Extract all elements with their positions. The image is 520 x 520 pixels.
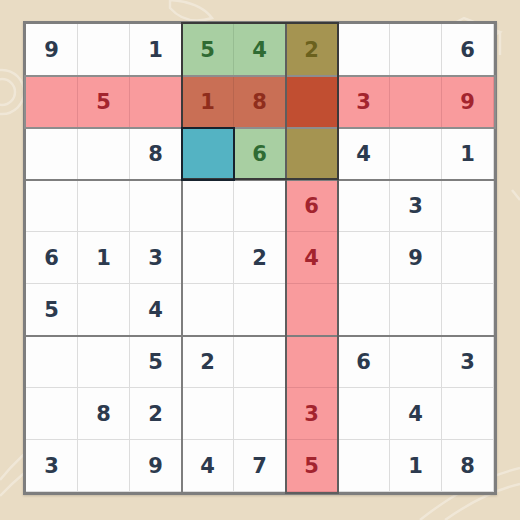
cell-r2c7[interactable]: 3 (338, 76, 390, 128)
cell-r6c4[interactable] (182, 284, 234, 336)
cell-r7c2[interactable] (78, 336, 130, 388)
cell-r4c6[interactable]: 6 (286, 180, 338, 232)
cell-r2c6[interactable] (286, 76, 338, 128)
cell-r6c3[interactable]: 4 (130, 284, 182, 336)
cell-r5c9[interactable] (442, 232, 494, 284)
cell-r4c2[interactable] (78, 180, 130, 232)
cell-r3c5[interactable]: 6 (234, 128, 286, 180)
cell-r2c2[interactable]: 5 (78, 76, 130, 128)
cell-r9c3[interactable]: 9 (130, 440, 182, 492)
cell-r8c3[interactable]: 2 (130, 388, 182, 440)
cell-r8c9[interactable] (442, 388, 494, 440)
cell-r9c7[interactable] (338, 440, 390, 492)
cell-r2c8[interactable] (390, 76, 442, 128)
cell-r8c8[interactable]: 4 (390, 388, 442, 440)
cell-r3c9[interactable]: 1 (442, 128, 494, 180)
cell-r8c4[interactable] (182, 388, 234, 440)
cell-r3c7[interactable]: 4 (338, 128, 390, 180)
sudoku-board: 9154265183986416361324954526382343947518 (23, 21, 497, 495)
cell-r9c8[interactable]: 1 (390, 440, 442, 492)
cell-r8c5[interactable] (234, 388, 286, 440)
cell-r9c9[interactable]: 8 (442, 440, 494, 492)
cell-r1c9[interactable]: 6 (442, 24, 494, 76)
cell-r9c4[interactable]: 4 (182, 440, 234, 492)
cell-r1c4[interactable]: 5 (182, 24, 234, 76)
cell-r5c3[interactable]: 3 (130, 232, 182, 284)
cell-r3c4[interactable] (182, 128, 234, 180)
cell-r6c1[interactable]: 5 (26, 284, 78, 336)
cell-r1c8[interactable] (390, 24, 442, 76)
cell-r8c7[interactable] (338, 388, 390, 440)
cell-r5c2[interactable]: 1 (78, 232, 130, 284)
cell-r4c5[interactable] (234, 180, 286, 232)
cell-r1c7[interactable] (338, 24, 390, 76)
cell-r8c2[interactable]: 8 (78, 388, 130, 440)
cell-r6c8[interactable] (390, 284, 442, 336)
cell-r6c7[interactable] (338, 284, 390, 336)
cell-r5c4[interactable] (182, 232, 234, 284)
cell-r5c8[interactable]: 9 (390, 232, 442, 284)
cell-r5c5[interactable]: 2 (234, 232, 286, 284)
circle-doodle (0, 70, 24, 114)
cell-r8c6[interactable]: 3 (286, 388, 338, 440)
cell-r1c2[interactable] (78, 24, 130, 76)
cell-r4c8[interactable]: 3 (390, 180, 442, 232)
cell-r4c9[interactable] (442, 180, 494, 232)
cell-r9c1[interactable]: 3 (26, 440, 78, 492)
cell-r2c9[interactable]: 9 (442, 76, 494, 128)
cell-r6c5[interactable] (234, 284, 286, 336)
cell-r7c9[interactable]: 3 (442, 336, 494, 388)
cell-r7c3[interactable]: 5 (130, 336, 182, 388)
cell-r4c1[interactable] (26, 180, 78, 232)
cell-r2c4[interactable]: 1 (182, 76, 234, 128)
sudoku-cells: 9154265183986416361324954526382343947518 (26, 24, 494, 492)
cell-r4c7[interactable] (338, 180, 390, 232)
cell-r4c3[interactable] (130, 180, 182, 232)
cell-r3c3[interactable]: 8 (130, 128, 182, 180)
cell-r1c1[interactable]: 9 (26, 24, 78, 76)
cell-r9c5[interactable]: 7 (234, 440, 286, 492)
cell-r2c1[interactable] (26, 76, 78, 128)
cell-r4c4[interactable] (182, 180, 234, 232)
cell-r6c6[interactable] (286, 284, 338, 336)
cell-r7c4[interactable]: 2 (182, 336, 234, 388)
cell-r5c6[interactable]: 4 (286, 232, 338, 284)
cell-r7c5[interactable] (234, 336, 286, 388)
cell-r3c6[interactable] (286, 128, 338, 180)
cell-r2c3[interactable] (130, 76, 182, 128)
cell-r1c6[interactable]: 2 (286, 24, 338, 76)
cell-r9c2[interactable] (78, 440, 130, 492)
leaf-icon (170, 0, 212, 20)
cell-r9c6[interactable]: 5 (286, 440, 338, 492)
cell-r7c6[interactable] (286, 336, 338, 388)
cell-r7c1[interactable] (26, 336, 78, 388)
cell-r1c3[interactable]: 1 (130, 24, 182, 76)
cell-r1c5[interactable]: 4 (234, 24, 286, 76)
cell-r2c5[interactable]: 8 (234, 76, 286, 128)
cell-r5c1[interactable]: 6 (26, 232, 78, 284)
cell-r5c7[interactable] (338, 232, 390, 284)
cell-r6c9[interactable] (442, 284, 494, 336)
cell-r3c2[interactable] (78, 128, 130, 180)
cell-r3c1[interactable] (26, 128, 78, 180)
cell-r8c1[interactable] (26, 388, 78, 440)
cell-r3c8[interactable] (390, 128, 442, 180)
cell-r7c7[interactable]: 6 (338, 336, 390, 388)
cell-r7c8[interactable] (390, 336, 442, 388)
cell-r6c2[interactable] (78, 284, 130, 336)
